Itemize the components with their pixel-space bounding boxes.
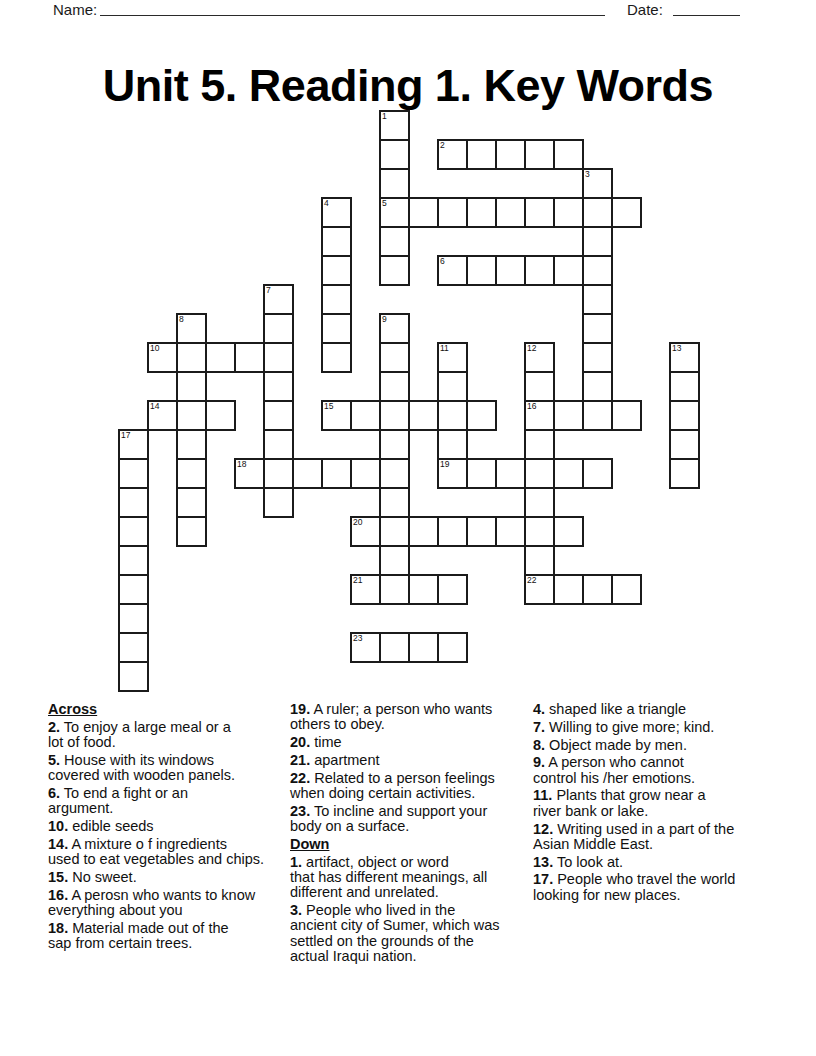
cell-r10-c14[interactable]: 16 [525,401,554,430]
cell-r12-c0[interactable] [119,459,148,488]
clue-column-middle: 19. A ruler; a person who wants others t… [290,702,533,967]
cell-r9-c19[interactable] [670,372,699,401]
clue-16: 16. A perosn who wants to know everythin… [48,888,291,919]
cell-r8-c9[interactable] [380,343,409,372]
cell-r14-c10[interactable] [409,517,438,546]
cell-r16-c16[interactable] [583,575,612,604]
cell-r15-c0[interactable] [119,546,148,575]
cell-number: 19 [440,460,449,469]
cell-number: 7 [266,286,271,295]
cell-number: 4 [324,199,329,208]
cell-r18-c0[interactable] [119,633,148,662]
cell-r8-c14[interactable]: 12 [525,343,554,372]
cell-number: 21 [353,576,362,585]
cell-number: 18 [237,460,246,469]
cell-r7-c2[interactable]: 8 [177,314,206,343]
clue-15: 15. No sweet. [48,870,291,885]
cell-r8-c19[interactable]: 13 [670,343,699,372]
cell-r12-c6[interactable] [293,459,322,488]
cell-r5-c12[interactable] [467,256,496,285]
cell-r13-c9[interactable] [380,488,409,517]
cell-number: 3 [585,170,590,179]
cell-r0-c9[interactable]: 1 [380,111,409,140]
cell-r7-c16[interactable] [583,314,612,343]
clue-11: 11. Plants that grow near a river bank o… [533,788,783,819]
clue-3: 3. People who lived in the ancient city … [290,903,533,964]
cell-r3-c13[interactable] [496,198,525,227]
cell-r5-c11[interactable]: 6 [438,256,467,285]
cell-r14-c0[interactable] [119,517,148,546]
cell-r7-c9[interactable]: 9 [380,314,409,343]
cell-r9-c11[interactable] [438,372,467,401]
clue-21: 21. apartment [290,753,533,768]
clue-4: 4. shaped like a triangle [533,702,783,717]
cell-r14-c9[interactable] [380,517,409,546]
date-blank-line[interactable] [673,0,740,16]
cell-r10-c2[interactable] [177,401,206,430]
across-header: Across [48,702,291,717]
cell-r15-c9[interactable] [380,546,409,575]
cell-r8-c5[interactable] [264,343,293,372]
cell-r15-c14[interactable] [525,546,554,575]
cell-r14-c11[interactable] [438,517,467,546]
cell-r8-c3[interactable] [206,343,235,372]
clue-13: 13. To look at. [533,855,783,870]
cell-number: 23 [353,634,362,643]
cell-r3-c15[interactable] [554,198,583,227]
cell-r13-c14[interactable] [525,488,554,517]
cell-r16-c11[interactable] [438,575,467,604]
cell-r10-c8[interactable] [351,401,380,430]
clue-17: 17. People who travel the world looking … [533,872,783,903]
cell-r10-c17[interactable] [612,401,641,430]
clue-8: 8. Object made by men. [533,738,783,753]
cell-r16-c8[interactable]: 21 [351,575,380,604]
worksheet-page: Name: Date: Unit 5. Reading 1. Key Words… [0,0,816,1056]
cell-number: 5 [382,199,387,208]
cell-r11-c19[interactable] [670,430,699,459]
cell-r12-c12[interactable] [467,459,496,488]
cell-r14-c14[interactable] [525,517,554,546]
cell-number: 10 [150,344,159,353]
cell-r14-c15[interactable] [554,517,583,546]
cell-r12-c4[interactable]: 18 [235,459,264,488]
cell-r16-c14[interactable]: 22 [525,575,554,604]
cell-r1-c11[interactable]: 2 [438,140,467,169]
cell-r16-c0[interactable] [119,575,148,604]
cell-r1-c15[interactable] [554,140,583,169]
cell-r7-c7[interactable] [322,314,351,343]
cell-r3-c12[interactable] [467,198,496,227]
cell-r14-c13[interactable] [496,517,525,546]
cell-r11-c14[interactable] [525,430,554,459]
cell-r10-c3[interactable] [206,401,235,430]
cell-r5-c9[interactable] [380,256,409,285]
page-title: Unit 5. Reading 1. Key Words [0,60,816,112]
cell-r9-c9[interactable] [380,372,409,401]
cell-r11-c2[interactable] [177,430,206,459]
cell-r9-c14[interactable] [525,372,554,401]
cell-r4-c7[interactable] [322,227,351,256]
clue-column-across: Across2. To enjoy a large meal or a lot … [48,702,291,954]
cell-r3-c9[interactable]: 5 [380,198,409,227]
clue-9: 9. A person who cannot control his /her … [533,755,783,786]
cell-r10-c5[interactable] [264,401,293,430]
cell-r5-c7[interactable] [322,256,351,285]
cell-r10-c11[interactable] [438,401,467,430]
cell-r1-c9[interactable] [380,140,409,169]
clue-23: 23. To incline and support your body on … [290,804,533,835]
cell-r9-c2[interactable] [177,372,206,401]
cell-r10-c9[interactable] [380,401,409,430]
cell-r6-c7[interactable] [322,285,351,314]
cell-number: 9 [382,315,387,324]
cell-r18-c10[interactable] [409,633,438,662]
cell-r18-c9[interactable] [380,633,409,662]
cell-r17-c0[interactable] [119,604,148,633]
cell-r1-c12[interactable] [467,140,496,169]
clue-1: 1. artifact, object or word that has dif… [290,855,533,901]
cell-r8-c11[interactable]: 11 [438,343,467,372]
cell-r16-c17[interactable] [612,575,641,604]
cell-r10-c10[interactable] [409,401,438,430]
cell-r12-c2[interactable] [177,459,206,488]
cell-number: 17 [121,431,130,440]
cell-r1-c14[interactable] [525,140,554,169]
cell-r12-c9[interactable] [380,459,409,488]
clue-column-down: 4. shaped like a triangle7. Willing to g… [533,702,783,906]
cell-r2-c9[interactable] [380,169,409,198]
cell-r12-c7[interactable] [322,459,351,488]
cell-r3-c10[interactable] [409,198,438,227]
cell-r9-c16[interactable] [583,372,612,401]
cell-r5-c13[interactable] [496,256,525,285]
cell-r12-c13[interactable] [496,459,525,488]
cell-number: 2 [440,141,445,150]
cell-r16-c15[interactable] [554,575,583,604]
clue-22: 22. Related to a person feelings when do… [290,771,533,802]
cell-r12-c16[interactable] [583,459,612,488]
cell-r3-c16[interactable] [583,198,612,227]
cell-r18-c11[interactable] [438,633,467,662]
clue-5: 5. House with its windows covered with w… [48,753,291,784]
cell-r1-c13[interactable] [496,140,525,169]
date-label: Date: [627,1,663,18]
cell-r11-c5[interactable] [264,430,293,459]
cell-r16-c10[interactable] [409,575,438,604]
cell-r4-c16[interactable] [583,227,612,256]
cell-r10-c12[interactable] [467,401,496,430]
cell-number: 16 [527,402,536,411]
cell-r3-c17[interactable] [612,198,641,227]
cell-r14-c8[interactable]: 20 [351,517,380,546]
cell-r8-c4[interactable] [235,343,264,372]
cell-r7-c5[interactable] [264,314,293,343]
cell-r5-c14[interactable] [525,256,554,285]
cell-r8-c2[interactable] [177,343,206,372]
cell-r14-c2[interactable] [177,517,206,546]
cell-r10-c15[interactable] [554,401,583,430]
name-blank-line[interactable] [100,0,605,16]
cell-r5-c15[interactable] [554,256,583,285]
cell-r13-c5[interactable] [264,488,293,517]
cell-r8-c1[interactable]: 10 [148,343,177,372]
cell-r12-c8[interactable] [351,459,380,488]
clue-14: 14. A mixture o f ingredients used to ea… [48,837,291,868]
cell-r12-c14[interactable] [525,459,554,488]
cell-r3-c14[interactable] [525,198,554,227]
cell-r11-c0[interactable]: 17 [119,430,148,459]
cell-number: 13 [672,344,681,353]
cell-r2-c16[interactable]: 3 [583,169,612,198]
cell-number: 1 [382,112,387,121]
name-label: Name: [53,1,97,18]
cell-r4-c9[interactable] [380,227,409,256]
cell-r11-c9[interactable] [380,430,409,459]
cell-number: 6 [440,257,445,266]
down-header: Down [290,837,533,852]
cell-r10-c16[interactable] [583,401,612,430]
cell-r10-c19[interactable] [670,401,699,430]
clue-18: 18. Material made out of the sap from ce… [48,921,291,952]
clue-10: 10. edible seeds [48,819,291,834]
cell-number: 20 [353,518,362,527]
cell-r14-c12[interactable] [467,517,496,546]
clue-7: 7. Willing to give more; kind. [533,720,783,735]
cell-number: 11 [440,344,449,353]
cell-r13-c0[interactable] [119,488,148,517]
cell-r11-c11[interactable] [438,430,467,459]
cell-r8-c16[interactable] [583,343,612,372]
cell-number: 8 [179,315,184,324]
cell-r12-c19[interactable] [670,459,699,488]
clue-19: 19. A ruler; a person who wants others t… [290,702,533,733]
cell-r5-c16[interactable] [583,256,612,285]
cell-r6-c16[interactable] [583,285,612,314]
cell-number: 12 [527,344,536,353]
cell-r6-c5[interactable]: 7 [264,285,293,314]
clue-12: 12. Writing used in a part of the Asian … [533,822,783,853]
clue-6: 6. To end a fight or an argument. [48,786,291,817]
cell-r16-c9[interactable] [380,575,409,604]
cell-r10-c1[interactable]: 14 [148,401,177,430]
cell-number: 15 [324,402,333,411]
cell-r8-c7[interactable] [322,343,351,372]
cell-number: 22 [527,576,536,585]
clue-20: 20. time [290,735,533,750]
cell-number: 14 [150,402,159,411]
cell-r19-c0[interactable] [119,662,148,691]
cell-r12-c15[interactable] [554,459,583,488]
cell-r3-c11[interactable] [438,198,467,227]
cell-r12-c5[interactable] [264,459,293,488]
cell-r10-c7[interactable]: 15 [322,401,351,430]
cell-r9-c5[interactable] [264,372,293,401]
crossword-grid: 1234567891011121314151617181920212223 [119,111,699,691]
cell-r3-c7[interactable]: 4 [322,198,351,227]
clue-2: 2. To enjoy a large meal or a lot of foo… [48,720,291,751]
cell-r12-c11[interactable]: 19 [438,459,467,488]
cell-r13-c2[interactable] [177,488,206,517]
cell-r18-c8[interactable]: 23 [351,633,380,662]
